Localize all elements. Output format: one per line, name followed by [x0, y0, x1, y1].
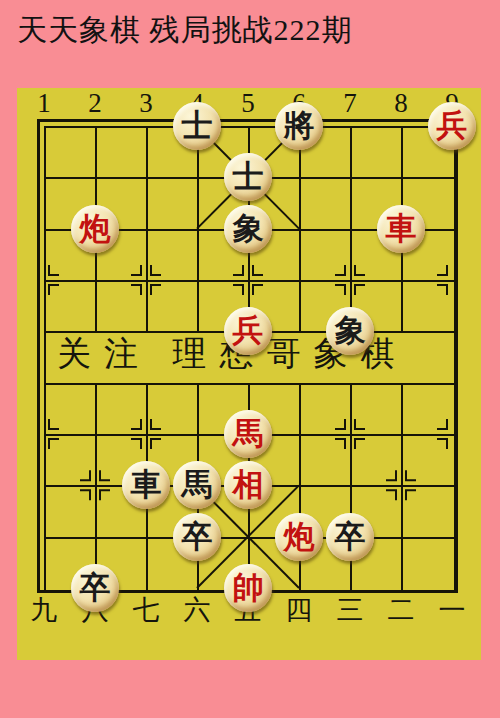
file-label-top: 1 [22, 89, 66, 117]
piece-black-elephant[interactable]: 象 [326, 307, 374, 355]
piece-black-chariot[interactable]: 車 [122, 461, 170, 509]
piece-black-elephant[interactable]: 象 [224, 205, 272, 253]
page-title: 天天象棋 残局挑战222期 [17, 12, 353, 48]
file-label-top: 8 [379, 89, 423, 117]
page: { "title": "天天象棋 残局挑战222期", "game": "xia… [0, 0, 500, 718]
grid-cell [352, 436, 403, 487]
file-label-bottom: 四 [277, 595, 321, 625]
piece-red-cannon[interactable]: 炮 [71, 205, 119, 253]
grid-cell [46, 436, 97, 487]
grid-cell [301, 231, 352, 282]
piece-black-soldier[interactable]: 卒 [173, 513, 221, 561]
file-label-top: 3 [124, 89, 168, 117]
piece-red-elephant[interactable]: 相 [224, 461, 272, 509]
grid-cell [352, 128, 403, 179]
file-label-bottom: 三 [328, 595, 372, 625]
file-label-bottom: 九 [22, 595, 66, 625]
piece-black-soldier[interactable]: 卒 [71, 564, 119, 612]
grid-cell [301, 385, 352, 436]
piece-black-soldier[interactable]: 卒 [326, 513, 374, 561]
file-label-top: 5 [226, 89, 270, 117]
grid-cell [97, 385, 148, 436]
grid-cell [46, 487, 97, 538]
grid-cell [301, 436, 352, 487]
grid-cell [148, 231, 199, 282]
piece-red-soldier[interactable]: 兵 [224, 307, 272, 355]
piece-red-chariot[interactable]: 車 [377, 205, 425, 253]
piece-black-advisor[interactable]: 士 [224, 153, 272, 201]
grid-cell [148, 282, 199, 333]
grid-cell [352, 385, 403, 436]
grid-cell [301, 179, 352, 230]
file-label-bottom: 七 [124, 595, 168, 625]
grid-cell [403, 333, 454, 384]
xiangqi-board[interactable]: 123456789 九八七六五四三二一 关注 理想哥象棋 士將兵士炮象車兵象馬車… [17, 88, 481, 660]
file-label-bottom: 六 [175, 595, 219, 625]
grid-cell [97, 282, 148, 333]
grid-cell [46, 385, 97, 436]
grid-cell [148, 179, 199, 230]
piece-black-advisor[interactable]: 士 [173, 102, 221, 150]
piece-red-soldier[interactable]: 兵 [428, 102, 476, 150]
grid-cell [403, 282, 454, 333]
grid-cell [97, 128, 148, 179]
grid-cell [46, 128, 97, 179]
piece-black-general[interactable]: 將 [275, 102, 323, 150]
file-label-top: 2 [73, 89, 117, 117]
grid-cell [403, 385, 454, 436]
file-label-bottom: 一 [430, 595, 474, 625]
piece-red-horse[interactable]: 馬 [224, 410, 272, 458]
piece-black-horse[interactable]: 馬 [173, 461, 221, 509]
grid-cell [403, 539, 454, 590]
grid-cell [148, 385, 199, 436]
file-label-top: 7 [328, 89, 372, 117]
piece-red-general[interactable]: 帥 [224, 564, 272, 612]
grid-cell [46, 282, 97, 333]
piece-red-cannon[interactable]: 炮 [275, 513, 323, 561]
file-label-bottom: 二 [379, 595, 423, 625]
grid-cell [403, 436, 454, 487]
grid-cell [403, 487, 454, 538]
